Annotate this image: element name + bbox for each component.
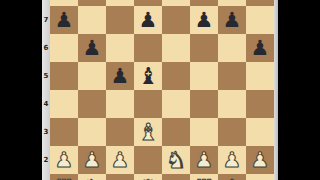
- square-g4[interactable]: [218, 90, 246, 118]
- square-c3[interactable]: [106, 118, 134, 146]
- square-b5[interactable]: [78, 62, 106, 90]
- square-b3[interactable]: [78, 118, 106, 146]
- square-f5[interactable]: [190, 62, 218, 90]
- square-c5[interactable]: ♟: [106, 62, 134, 90]
- square-c7[interactable]: [106, 6, 134, 34]
- square-g7[interactable]: ♟: [218, 6, 246, 34]
- square-h5[interactable]: [246, 62, 274, 90]
- rank-label-7: 7: [42, 17, 50, 24]
- piece-black-pawn-c5[interactable]: ♟: [111, 62, 130, 90]
- square-a5[interactable]: [50, 62, 78, 90]
- square-a6[interactable]: [50, 34, 78, 62]
- square-a7[interactable]: ♟: [50, 6, 78, 34]
- rank-label-5: 5: [42, 73, 50, 80]
- square-e7[interactable]: [162, 6, 190, 34]
- piece-black-bishop-d5[interactable]: ♝: [138, 62, 159, 90]
- square-d1[interactable]: ♛: [134, 174, 162, 180]
- square-f2[interactable]: ♟: [190, 146, 218, 174]
- square-h7[interactable]: [246, 6, 274, 34]
- square-f3[interactable]: [190, 118, 218, 146]
- piece-white-queen-d1[interactable]: ♛: [138, 174, 159, 180]
- rank-label-4: 4: [42, 101, 50, 108]
- piece-white-rook-f1[interactable]: ♜: [194, 174, 215, 180]
- square-g5[interactable]: [218, 62, 246, 90]
- square-d4[interactable]: [134, 90, 162, 118]
- square-g2[interactable]: ♟: [218, 146, 246, 174]
- square-b4[interactable]: [78, 90, 106, 118]
- square-c2[interactable]: ♟: [106, 146, 134, 174]
- square-f4[interactable]: [190, 90, 218, 118]
- square-a1[interactable]: ♜: [50, 174, 78, 180]
- rank-label-2: 2: [42, 157, 50, 164]
- square-h3[interactable]: [246, 118, 274, 146]
- square-g1[interactable]: ♚: [218, 174, 246, 180]
- square-b6[interactable]: ♟: [78, 34, 106, 62]
- piece-black-pawn-d7[interactable]: ♟: [139, 6, 158, 34]
- piece-black-pawn-g7[interactable]: ♟: [223, 6, 242, 34]
- piece-white-knight-b1[interactable]: ♞: [82, 174, 103, 180]
- square-e4[interactable]: [162, 90, 190, 118]
- square-c4[interactable]: [106, 90, 134, 118]
- square-h2[interactable]: ♟: [246, 146, 274, 174]
- square-f6[interactable]: [190, 34, 218, 62]
- square-d5[interactable]: ♝: [134, 62, 162, 90]
- square-a4[interactable]: [50, 90, 78, 118]
- piece-white-knight-e2[interactable]: ♞: [166, 146, 187, 174]
- piece-black-pawn-b6[interactable]: ♟: [83, 34, 102, 62]
- piece-white-pawn-c2[interactable]: ♟: [111, 146, 130, 174]
- board-right-border: [274, 0, 278, 180]
- square-g3[interactable]: [218, 118, 246, 146]
- square-b2[interactable]: ♟: [78, 146, 106, 174]
- square-e3[interactable]: [162, 118, 190, 146]
- square-e6[interactable]: [162, 34, 190, 62]
- piece-white-pawn-g2[interactable]: ♟: [223, 146, 242, 174]
- square-a3[interactable]: [50, 118, 78, 146]
- square-e1[interactable]: [162, 174, 190, 180]
- rank-label-3: 3: [42, 129, 50, 136]
- chess-app-viewport: 765432 ♜♞♛♚♝♜♟♟♟♟♟♟♟♝♝♟♟♟♞♟♟♟♜♞♛♜♚: [0, 0, 320, 180]
- square-c6[interactable]: [106, 34, 134, 62]
- rank-label-6: 6: [42, 45, 50, 52]
- piece-white-pawn-h2[interactable]: ♟: [251, 146, 270, 174]
- piece-black-pawn-f7[interactable]: ♟: [195, 6, 214, 34]
- square-d3[interactable]: ♝: [134, 118, 162, 146]
- square-h6[interactable]: ♟: [246, 34, 274, 62]
- square-h1[interactable]: [246, 174, 274, 180]
- piece-white-king-g1[interactable]: ♚: [222, 174, 243, 180]
- square-b7[interactable]: [78, 6, 106, 34]
- chess-board[interactable]: ♜♞♛♚♝♜♟♟♟♟♟♟♟♝♝♟♟♟♞♟♟♟♜♞♛♜♚: [50, 0, 274, 180]
- piece-white-pawn-b2[interactable]: ♟: [83, 146, 102, 174]
- square-a2[interactable]: ♟: [50, 146, 78, 174]
- square-d6[interactable]: [134, 34, 162, 62]
- square-h4[interactable]: [246, 90, 274, 118]
- square-f7[interactable]: ♟: [190, 6, 218, 34]
- square-d2[interactable]: [134, 146, 162, 174]
- square-c1[interactable]: [106, 174, 134, 180]
- piece-white-pawn-f2[interactable]: ♟: [195, 146, 214, 174]
- square-d7[interactable]: ♟: [134, 6, 162, 34]
- square-e2[interactable]: ♞: [162, 146, 190, 174]
- piece-black-pawn-a7[interactable]: ♟: [55, 6, 74, 34]
- piece-white-pawn-a2[interactable]: ♟: [55, 146, 74, 174]
- piece-white-rook-a1[interactable]: ♜: [54, 174, 75, 180]
- square-e5[interactable]: [162, 62, 190, 90]
- square-f1[interactable]: ♜: [190, 174, 218, 180]
- square-b1[interactable]: ♞: [78, 174, 106, 180]
- piece-black-pawn-h6[interactable]: ♟: [251, 34, 270, 62]
- rank-label-strip: 765432: [42, 0, 50, 180]
- piece-white-bishop-d3[interactable]: ♝: [138, 118, 159, 146]
- square-g6[interactable]: [218, 34, 246, 62]
